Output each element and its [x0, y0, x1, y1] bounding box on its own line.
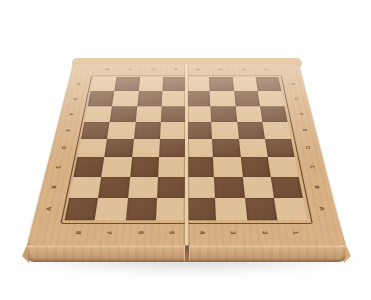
- square-a6[interactable]: [125, 198, 157, 221]
- square-a8[interactable]: [65, 198, 99, 221]
- square-d1[interactable]: [265, 139, 295, 157]
- coordinate-label: 6: [149, 69, 154, 71]
- square-e6[interactable]: [134, 122, 161, 139]
- chessboard: 87654321 87654321 HGFEDCBA HGFEDCBA: [27, 64, 345, 246]
- square-c1[interactable]: [268, 157, 299, 177]
- square-c5[interactable]: [158, 157, 186, 177]
- coordinate-label: 4: [195, 69, 200, 71]
- square-b3[interactable]: [214, 177, 244, 198]
- square-b4[interactable]: [186, 177, 215, 198]
- square-c2[interactable]: [240, 157, 270, 177]
- coordinate-label: F: [69, 113, 75, 115]
- square-d3[interactable]: [212, 139, 240, 157]
- coordinate-label: G: [73, 97, 79, 100]
- square-e4[interactable]: [186, 122, 212, 139]
- square-d7[interactable]: [104, 139, 133, 157]
- square-c7[interactable]: [102, 157, 132, 177]
- square-d8[interactable]: [77, 139, 107, 157]
- coordinate-label: 5: [167, 231, 174, 235]
- square-a3[interactable]: [215, 198, 247, 221]
- square-g7[interactable]: [112, 91, 138, 106]
- coordinate-label: D: [304, 146, 310, 149]
- square-a4[interactable]: [186, 198, 216, 221]
- square-c6[interactable]: [130, 157, 159, 177]
- coordinate-label: A: [47, 207, 54, 211]
- coordinate-label: H: [76, 83, 81, 85]
- square-h3[interactable]: [209, 77, 234, 91]
- square-d4[interactable]: [186, 139, 213, 157]
- square-g5[interactable]: [161, 91, 186, 106]
- coordinate-label: B: [52, 185, 59, 188]
- square-a7[interactable]: [95, 198, 128, 221]
- coordinate-label: 6: [136, 231, 143, 235]
- board-front-edge: [27, 245, 346, 262]
- coordinate-label: 1: [263, 69, 268, 71]
- coordinate-label: A: [318, 207, 325, 211]
- square-h1[interactable]: [255, 77, 281, 91]
- coordinate-label: E: [65, 129, 71, 131]
- coordinate-label: C: [57, 165, 63, 168]
- coordinate-label: 2: [260, 231, 267, 235]
- coordinate-label: C: [309, 165, 315, 168]
- square-f6[interactable]: [135, 106, 161, 122]
- square-e7[interactable]: [107, 122, 135, 139]
- square-g3[interactable]: [210, 91, 235, 106]
- coordinate-label: E: [301, 129, 307, 131]
- square-a2[interactable]: [244, 198, 277, 221]
- coordinate-label: 4: [198, 231, 205, 235]
- square-a1[interactable]: [274, 198, 308, 221]
- square-c4[interactable]: [186, 157, 214, 177]
- fold-hinge-gap: [185, 245, 189, 262]
- coordinate-label: B: [313, 185, 320, 188]
- coordinate-label: H: [290, 83, 295, 85]
- coordinate-label: 3: [218, 69, 223, 71]
- photo-background: 87654321 87654321 HGFEDCBA HGFEDCBA: [0, 0, 371, 300]
- square-f3[interactable]: [211, 106, 237, 122]
- square-d5[interactable]: [159, 139, 186, 157]
- square-h6[interactable]: [138, 77, 163, 91]
- coordinate-label: 3: [229, 231, 236, 235]
- square-g6[interactable]: [137, 91, 162, 106]
- coordinate-label: 2: [240, 69, 245, 71]
- square-g8[interactable]: [88, 91, 115, 106]
- coordinate-label: 1: [291, 231, 298, 235]
- coordinate-label: 7: [105, 231, 112, 235]
- square-h2[interactable]: [232, 77, 257, 91]
- coordinate-label: 7: [127, 69, 132, 71]
- square-d6[interactable]: [132, 139, 160, 157]
- square-g1[interactable]: [257, 91, 284, 106]
- coordinate-label: 8: [104, 69, 109, 71]
- square-e8[interactable]: [81, 122, 110, 139]
- square-g4[interactable]: [186, 91, 211, 106]
- square-e2[interactable]: [237, 122, 265, 139]
- square-a5[interactable]: [156, 198, 186, 221]
- square-b1[interactable]: [270, 177, 302, 198]
- square-b5[interactable]: [157, 177, 186, 198]
- square-h8[interactable]: [91, 77, 117, 91]
- square-h4[interactable]: [186, 77, 210, 91]
- square-g2[interactable]: [234, 91, 260, 106]
- square-e1[interactable]: [262, 122, 291, 139]
- square-h5[interactable]: [162, 77, 186, 91]
- coordinate-label: G: [293, 97, 299, 100]
- square-c8[interactable]: [73, 157, 104, 177]
- square-f2[interactable]: [235, 106, 262, 122]
- square-c3[interactable]: [213, 157, 242, 177]
- square-b2[interactable]: [242, 177, 273, 198]
- square-b8[interactable]: [69, 177, 101, 198]
- fold-seam: [184, 64, 188, 246]
- square-f4[interactable]: [186, 106, 211, 122]
- coordinate-label: D: [61, 146, 67, 149]
- coordinate-label: 8: [74, 231, 81, 235]
- square-e5[interactable]: [160, 122, 186, 139]
- square-f5[interactable]: [161, 106, 186, 122]
- square-f7[interactable]: [110, 106, 137, 122]
- square-f8[interactable]: [84, 106, 112, 122]
- square-e3[interactable]: [211, 122, 238, 139]
- square-d2[interactable]: [239, 139, 268, 157]
- square-h7[interactable]: [115, 77, 140, 91]
- square-b7[interactable]: [98, 177, 129, 198]
- square-f1[interactable]: [260, 106, 288, 122]
- coordinate-label: 5: [172, 69, 177, 71]
- coordinate-label: F: [297, 113, 303, 115]
- square-b6[interactable]: [128, 177, 158, 198]
